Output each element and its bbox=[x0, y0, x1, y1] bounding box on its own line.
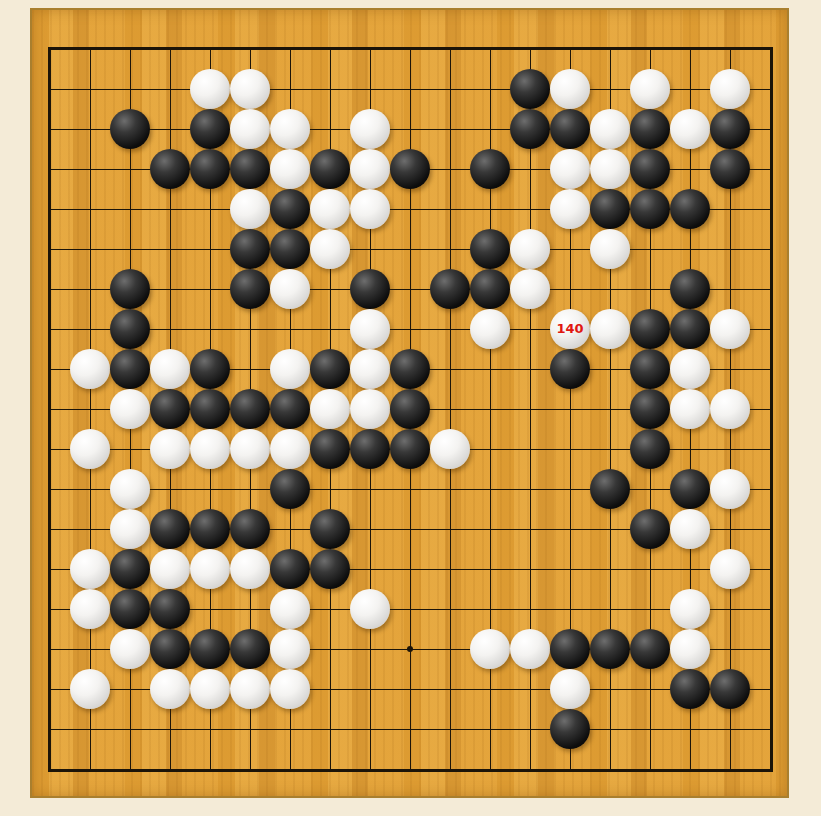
black-stone[interactable] bbox=[670, 309, 710, 349]
black-stone[interactable] bbox=[550, 349, 590, 389]
white-stone[interactable] bbox=[550, 69, 590, 109]
black-stone[interactable] bbox=[230, 509, 270, 549]
white-stone[interactable] bbox=[310, 189, 350, 229]
white-stone[interactable] bbox=[110, 469, 150, 509]
white-stone[interactable] bbox=[630, 69, 670, 109]
white-stone[interactable] bbox=[110, 629, 150, 669]
black-stone[interactable] bbox=[390, 149, 430, 189]
white-stone[interactable] bbox=[550, 669, 590, 709]
white-stone[interactable] bbox=[270, 669, 310, 709]
black-stone[interactable] bbox=[710, 109, 750, 149]
white-stone[interactable] bbox=[710, 69, 750, 109]
black-stone[interactable] bbox=[550, 109, 590, 149]
black-stone[interactable] bbox=[470, 149, 510, 189]
black-stone[interactable] bbox=[150, 629, 190, 669]
black-stone[interactable] bbox=[310, 429, 350, 469]
black-stone[interactable] bbox=[310, 549, 350, 589]
white-stone[interactable] bbox=[350, 189, 390, 229]
white-stone[interactable] bbox=[710, 309, 750, 349]
black-stone[interactable] bbox=[630, 189, 670, 229]
black-stone[interactable] bbox=[270, 549, 310, 589]
black-stone[interactable] bbox=[630, 629, 670, 669]
black-stone[interactable] bbox=[550, 629, 590, 669]
white-stone[interactable] bbox=[670, 389, 710, 429]
white-stone[interactable] bbox=[190, 69, 230, 109]
white-stone[interactable] bbox=[590, 109, 630, 149]
white-stone[interactable] bbox=[70, 669, 110, 709]
black-stone[interactable] bbox=[110, 549, 150, 589]
white-stone[interactable] bbox=[110, 389, 150, 429]
black-stone[interactable] bbox=[190, 109, 230, 149]
black-stone[interactable] bbox=[670, 469, 710, 509]
white-stone[interactable] bbox=[430, 429, 470, 469]
white-stone[interactable] bbox=[190, 429, 230, 469]
white-stone[interactable] bbox=[270, 349, 310, 389]
white-stone[interactable] bbox=[150, 669, 190, 709]
black-stone[interactable] bbox=[270, 189, 310, 229]
white-stone[interactable] bbox=[510, 629, 550, 669]
white-stone[interactable] bbox=[350, 109, 390, 149]
white-stone[interactable] bbox=[550, 149, 590, 189]
white-stone[interactable] bbox=[270, 109, 310, 149]
white-stone[interactable] bbox=[270, 629, 310, 669]
black-stone[interactable] bbox=[190, 149, 230, 189]
last-move-number: 140 bbox=[556, 321, 583, 336]
black-stone[interactable] bbox=[470, 269, 510, 309]
black-stone[interactable] bbox=[630, 309, 670, 349]
black-stone[interactable] bbox=[230, 629, 270, 669]
black-stone[interactable] bbox=[110, 109, 150, 149]
white-stone[interactable] bbox=[670, 589, 710, 629]
black-stone[interactable] bbox=[350, 429, 390, 469]
black-stone[interactable] bbox=[190, 389, 230, 429]
black-stone[interactable] bbox=[310, 349, 350, 389]
white-stone[interactable] bbox=[710, 469, 750, 509]
white-stone[interactable] bbox=[670, 629, 710, 669]
go-app-window: 140 bbox=[0, 0, 821, 816]
black-stone[interactable] bbox=[150, 389, 190, 429]
black-stone[interactable] bbox=[230, 389, 270, 429]
white-stone[interactable] bbox=[670, 109, 710, 149]
white-stone[interactable] bbox=[230, 189, 270, 229]
black-stone[interactable] bbox=[670, 269, 710, 309]
white-stone[interactable] bbox=[230, 69, 270, 109]
white-stone[interactable] bbox=[310, 389, 350, 429]
white-stone[interactable] bbox=[270, 429, 310, 469]
white-stone[interactable] bbox=[350, 589, 390, 629]
black-stone[interactable] bbox=[590, 629, 630, 669]
white-stone[interactable] bbox=[270, 149, 310, 189]
black-stone[interactable] bbox=[190, 629, 230, 669]
black-stone[interactable] bbox=[510, 109, 550, 149]
white-stone[interactable] bbox=[310, 229, 350, 269]
black-stone[interactable] bbox=[270, 389, 310, 429]
white-stone[interactable] bbox=[350, 389, 390, 429]
black-stone[interactable] bbox=[110, 309, 150, 349]
white-stone[interactable] bbox=[230, 549, 270, 589]
black-stone[interactable] bbox=[510, 69, 550, 109]
white-stone[interactable] bbox=[150, 349, 190, 389]
black-stone[interactable] bbox=[630, 429, 670, 469]
white-stone[interactable] bbox=[70, 549, 110, 589]
black-stone[interactable] bbox=[630, 149, 670, 189]
white-stone[interactable] bbox=[670, 349, 710, 389]
black-stone[interactable] bbox=[230, 269, 270, 309]
black-stone[interactable] bbox=[630, 349, 670, 389]
black-stone[interactable] bbox=[110, 589, 150, 629]
black-stone[interactable] bbox=[310, 149, 350, 189]
white-stone[interactable] bbox=[70, 589, 110, 629]
black-stone[interactable] bbox=[110, 269, 150, 309]
black-stone[interactable] bbox=[470, 229, 510, 269]
black-stone[interactable] bbox=[150, 149, 190, 189]
black-stone[interactable] bbox=[630, 389, 670, 429]
black-stone[interactable] bbox=[630, 109, 670, 149]
white-stone[interactable] bbox=[150, 429, 190, 469]
black-stone[interactable] bbox=[150, 589, 190, 629]
white-stone[interactable] bbox=[230, 429, 270, 469]
white-stone[interactable] bbox=[510, 269, 550, 309]
white-stone[interactable] bbox=[710, 389, 750, 429]
black-stone[interactable] bbox=[710, 669, 750, 709]
white-stone[interactable] bbox=[270, 269, 310, 309]
go-board[interactable]: 140 bbox=[30, 8, 789, 798]
black-stone[interactable] bbox=[390, 429, 430, 469]
black-stone[interactable] bbox=[630, 509, 670, 549]
last-move-stone[interactable]: 140 bbox=[550, 309, 590, 349]
black-stone[interactable] bbox=[670, 669, 710, 709]
white-stone[interactable] bbox=[190, 549, 230, 589]
black-stone[interactable] bbox=[150, 509, 190, 549]
black-stone[interactable] bbox=[270, 469, 310, 509]
white-stone[interactable] bbox=[110, 509, 150, 549]
white-stone[interactable] bbox=[270, 589, 310, 629]
black-stone[interactable] bbox=[590, 189, 630, 229]
white-stone[interactable] bbox=[70, 429, 110, 469]
black-stone[interactable] bbox=[230, 229, 270, 269]
white-stone[interactable] bbox=[350, 149, 390, 189]
white-stone[interactable] bbox=[230, 109, 270, 149]
black-stone[interactable] bbox=[190, 349, 230, 389]
black-stone[interactable] bbox=[710, 149, 750, 189]
black-stone[interactable] bbox=[110, 349, 150, 389]
white-stone[interactable] bbox=[550, 189, 590, 229]
black-stone[interactable] bbox=[550, 709, 590, 749]
white-stone[interactable] bbox=[710, 549, 750, 589]
white-stone[interactable] bbox=[590, 149, 630, 189]
white-stone[interactable] bbox=[590, 229, 630, 269]
white-stone[interactable] bbox=[510, 229, 550, 269]
white-stone[interactable] bbox=[470, 309, 510, 349]
black-stone[interactable] bbox=[230, 149, 270, 189]
black-stone[interactable] bbox=[430, 269, 470, 309]
black-stone[interactable] bbox=[190, 509, 230, 549]
black-stone[interactable] bbox=[270, 229, 310, 269]
white-stone[interactable] bbox=[590, 309, 630, 349]
black-stone[interactable] bbox=[350, 269, 390, 309]
white-stone[interactable] bbox=[70, 349, 110, 389]
white-stone[interactable] bbox=[190, 669, 230, 709]
white-stone[interactable] bbox=[150, 549, 190, 589]
white-stone[interactable] bbox=[670, 509, 710, 549]
black-stone[interactable] bbox=[390, 349, 430, 389]
black-stone[interactable] bbox=[390, 389, 430, 429]
black-stone[interactable] bbox=[670, 189, 710, 229]
white-stone[interactable] bbox=[230, 669, 270, 709]
black-stone[interactable] bbox=[310, 509, 350, 549]
white-stone[interactable] bbox=[350, 309, 390, 349]
star-point bbox=[407, 646, 413, 652]
white-stone[interactable] bbox=[470, 629, 510, 669]
black-stone[interactable] bbox=[590, 469, 630, 509]
white-stone[interactable] bbox=[350, 349, 390, 389]
